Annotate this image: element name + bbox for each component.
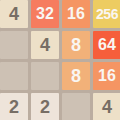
tile-256-r1c4: 256 [93, 0, 120, 28]
tile-4-r4c4: 4 [93, 93, 120, 120]
tile-16-r1c3: 16 [62, 0, 90, 28]
cell-empty-r3c2 [31, 62, 59, 90]
tile-4-r2c2: 4 [31, 31, 59, 59]
tile-32-r1c2: 32 [31, 0, 59, 28]
cell-empty-r2c1 [0, 31, 28, 59]
tile-8-r3c3: 8 [62, 62, 90, 90]
tile-2-r4c1: 2 [0, 93, 28, 120]
cell-empty-r4c3 [62, 93, 90, 120]
cell-empty-r3c1 [0, 62, 28, 90]
tile-16-r3c4: 16 [93, 62, 120, 90]
tile-2-r4c2: 2 [31, 93, 59, 120]
tile-64-r2c4: 64 [93, 31, 120, 59]
2048-board[interactable]: 432162564864816224 [0, 0, 120, 120]
tile-4-r1c1: 4 [0, 0, 28, 28]
tile-8-r2c3: 8 [62, 31, 90, 59]
